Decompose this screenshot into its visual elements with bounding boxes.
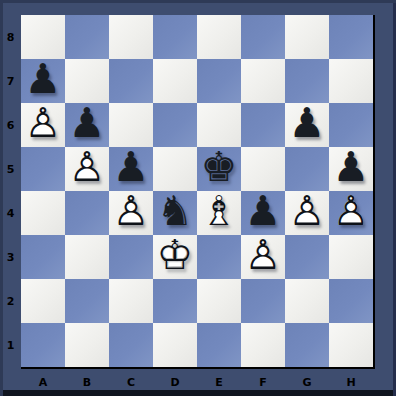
file-labels: ABCDEFGH bbox=[21, 369, 373, 393]
piece-black-king[interactable]: ♚ bbox=[197, 145, 241, 189]
piece-black-pawn[interactable]: ♟ bbox=[21, 57, 65, 101]
square-c8[interactable] bbox=[109, 15, 153, 59]
square-c3[interactable] bbox=[109, 235, 153, 279]
square-h8[interactable] bbox=[329, 15, 373, 59]
square-e7[interactable] bbox=[197, 59, 241, 103]
square-c5[interactable]: ♟ bbox=[109, 147, 153, 191]
rank-label-1: 1 bbox=[0, 323, 21, 367]
file-label-f: F bbox=[241, 369, 285, 393]
square-f8[interactable] bbox=[241, 15, 285, 59]
square-b7[interactable] bbox=[65, 59, 109, 103]
square-a8[interactable] bbox=[21, 15, 65, 59]
rank-label-4: 4 bbox=[0, 191, 21, 235]
rank-label-8: 8 bbox=[0, 15, 21, 59]
square-g7[interactable] bbox=[285, 59, 329, 103]
piece-white-pawn-fill: ♟ bbox=[285, 189, 329, 233]
square-e5[interactable]: ♚ bbox=[197, 147, 241, 191]
square-a1[interactable] bbox=[21, 323, 65, 367]
square-f7[interactable] bbox=[241, 59, 285, 103]
rank-label-6: 6 bbox=[0, 103, 21, 147]
piece-white-pawn[interactable]: ♙ bbox=[109, 189, 153, 233]
piece-black-knight[interactable]: ♞ bbox=[153, 189, 197, 233]
square-d7[interactable] bbox=[153, 59, 197, 103]
square-e8[interactable] bbox=[197, 15, 241, 59]
rank-label-5: 5 bbox=[0, 147, 21, 191]
square-h6[interactable] bbox=[329, 103, 373, 147]
square-h2[interactable] bbox=[329, 279, 373, 323]
square-c2[interactable] bbox=[109, 279, 153, 323]
square-a3[interactable] bbox=[21, 235, 65, 279]
square-g6[interactable]: ♟ bbox=[285, 103, 329, 147]
file-label-d: D bbox=[153, 369, 197, 393]
square-b2[interactable] bbox=[65, 279, 109, 323]
square-d4[interactable]: ♞ bbox=[153, 191, 197, 235]
square-g1[interactable] bbox=[285, 323, 329, 367]
piece-white-bishop-fill: ♝ bbox=[197, 189, 241, 233]
square-c6[interactable] bbox=[109, 103, 153, 147]
square-f2[interactable] bbox=[241, 279, 285, 323]
square-d1[interactable] bbox=[153, 323, 197, 367]
file-label-e: E bbox=[197, 369, 241, 393]
square-h5[interactable]: ♟ bbox=[329, 147, 373, 191]
square-c4[interactable]: ♟♙ bbox=[109, 191, 153, 235]
square-f4[interactable]: ♟ bbox=[241, 191, 285, 235]
square-b3[interactable] bbox=[65, 235, 109, 279]
rank-label-7: 7 bbox=[0, 59, 21, 103]
chess-diagram: 87654321 ♟♟♙♟♟♟♙♟♚♟♟♙♞♝♗♟♟♙♟♙♚♔♟♙ ABCDEF… bbox=[0, 0, 396, 396]
square-a7[interactable]: ♟ bbox=[21, 59, 65, 103]
file-label-a: A bbox=[21, 369, 65, 393]
piece-white-pawn[interactable]: ♙ bbox=[21, 101, 65, 145]
piece-white-pawn-fill: ♟ bbox=[21, 101, 65, 145]
square-d2[interactable] bbox=[153, 279, 197, 323]
square-f6[interactable] bbox=[241, 103, 285, 147]
square-d6[interactable] bbox=[153, 103, 197, 147]
square-e4[interactable]: ♝♗ bbox=[197, 191, 241, 235]
square-f1[interactable] bbox=[241, 323, 285, 367]
square-d8[interactable] bbox=[153, 15, 197, 59]
square-a5[interactable] bbox=[21, 147, 65, 191]
square-g5[interactable] bbox=[285, 147, 329, 191]
piece-black-pawn[interactable]: ♟ bbox=[329, 145, 373, 189]
square-g4[interactable]: ♟♙ bbox=[285, 191, 329, 235]
square-g3[interactable] bbox=[285, 235, 329, 279]
rank-label-2: 2 bbox=[0, 279, 21, 323]
square-h4[interactable]: ♟♙ bbox=[329, 191, 373, 235]
piece-white-pawn[interactable]: ♙ bbox=[241, 233, 285, 277]
file-label-h: H bbox=[329, 369, 373, 393]
square-a6[interactable]: ♟♙ bbox=[21, 103, 65, 147]
file-label-b: B bbox=[65, 369, 109, 393]
square-a4[interactable] bbox=[21, 191, 65, 235]
rank-label-3: 3 bbox=[0, 235, 21, 279]
square-a2[interactable] bbox=[21, 279, 65, 323]
square-e1[interactable] bbox=[197, 323, 241, 367]
square-b6[interactable]: ♟ bbox=[65, 103, 109, 147]
square-e6[interactable] bbox=[197, 103, 241, 147]
square-f5[interactable] bbox=[241, 147, 285, 191]
piece-white-pawn[interactable]: ♙ bbox=[329, 189, 373, 233]
piece-white-pawn-fill: ♟ bbox=[329, 189, 373, 233]
square-h3[interactable] bbox=[329, 235, 373, 279]
file-label-g: G bbox=[285, 369, 329, 393]
square-d3[interactable]: ♚♔ bbox=[153, 235, 197, 279]
square-e3[interactable] bbox=[197, 235, 241, 279]
rank-labels: 87654321 bbox=[0, 15, 21, 367]
square-b1[interactable] bbox=[65, 323, 109, 367]
chess-board: ♟♟♙♟♟♟♙♟♚♟♟♙♞♝♗♟♟♙♟♙♚♔♟♙ bbox=[21, 15, 375, 369]
piece-white-pawn-fill: ♟ bbox=[241, 233, 285, 277]
piece-white-king[interactable]: ♔ bbox=[153, 233, 197, 277]
square-c1[interactable] bbox=[109, 323, 153, 367]
square-h1[interactable] bbox=[329, 323, 373, 367]
square-e2[interactable] bbox=[197, 279, 241, 323]
square-f3[interactable]: ♟♙ bbox=[241, 235, 285, 279]
file-label-c: C bbox=[109, 369, 153, 393]
piece-black-pawn[interactable]: ♟ bbox=[109, 145, 153, 189]
piece-black-pawn[interactable]: ♟ bbox=[65, 101, 109, 145]
square-g2[interactable] bbox=[285, 279, 329, 323]
piece-black-pawn[interactable]: ♟ bbox=[285, 101, 329, 145]
square-d5[interactable] bbox=[153, 147, 197, 191]
piece-white-king-fill: ♚ bbox=[153, 233, 197, 277]
square-g8[interactable] bbox=[285, 15, 329, 59]
piece-black-pawn[interactable]: ♟ bbox=[241, 189, 285, 233]
piece-white-pawn[interactable]: ♙ bbox=[285, 189, 329, 233]
piece-white-pawn-fill: ♟ bbox=[65, 145, 109, 189]
square-c7[interactable] bbox=[109, 59, 153, 103]
square-b4[interactable] bbox=[65, 191, 109, 235]
piece-white-bishop[interactable]: ♗ bbox=[197, 189, 241, 233]
piece-white-pawn-fill: ♟ bbox=[109, 189, 153, 233]
piece-white-pawn[interactable]: ♙ bbox=[65, 145, 109, 189]
square-b5[interactable]: ♟♙ bbox=[65, 147, 109, 191]
square-b8[interactable] bbox=[65, 15, 109, 59]
square-h7[interactable] bbox=[329, 59, 373, 103]
